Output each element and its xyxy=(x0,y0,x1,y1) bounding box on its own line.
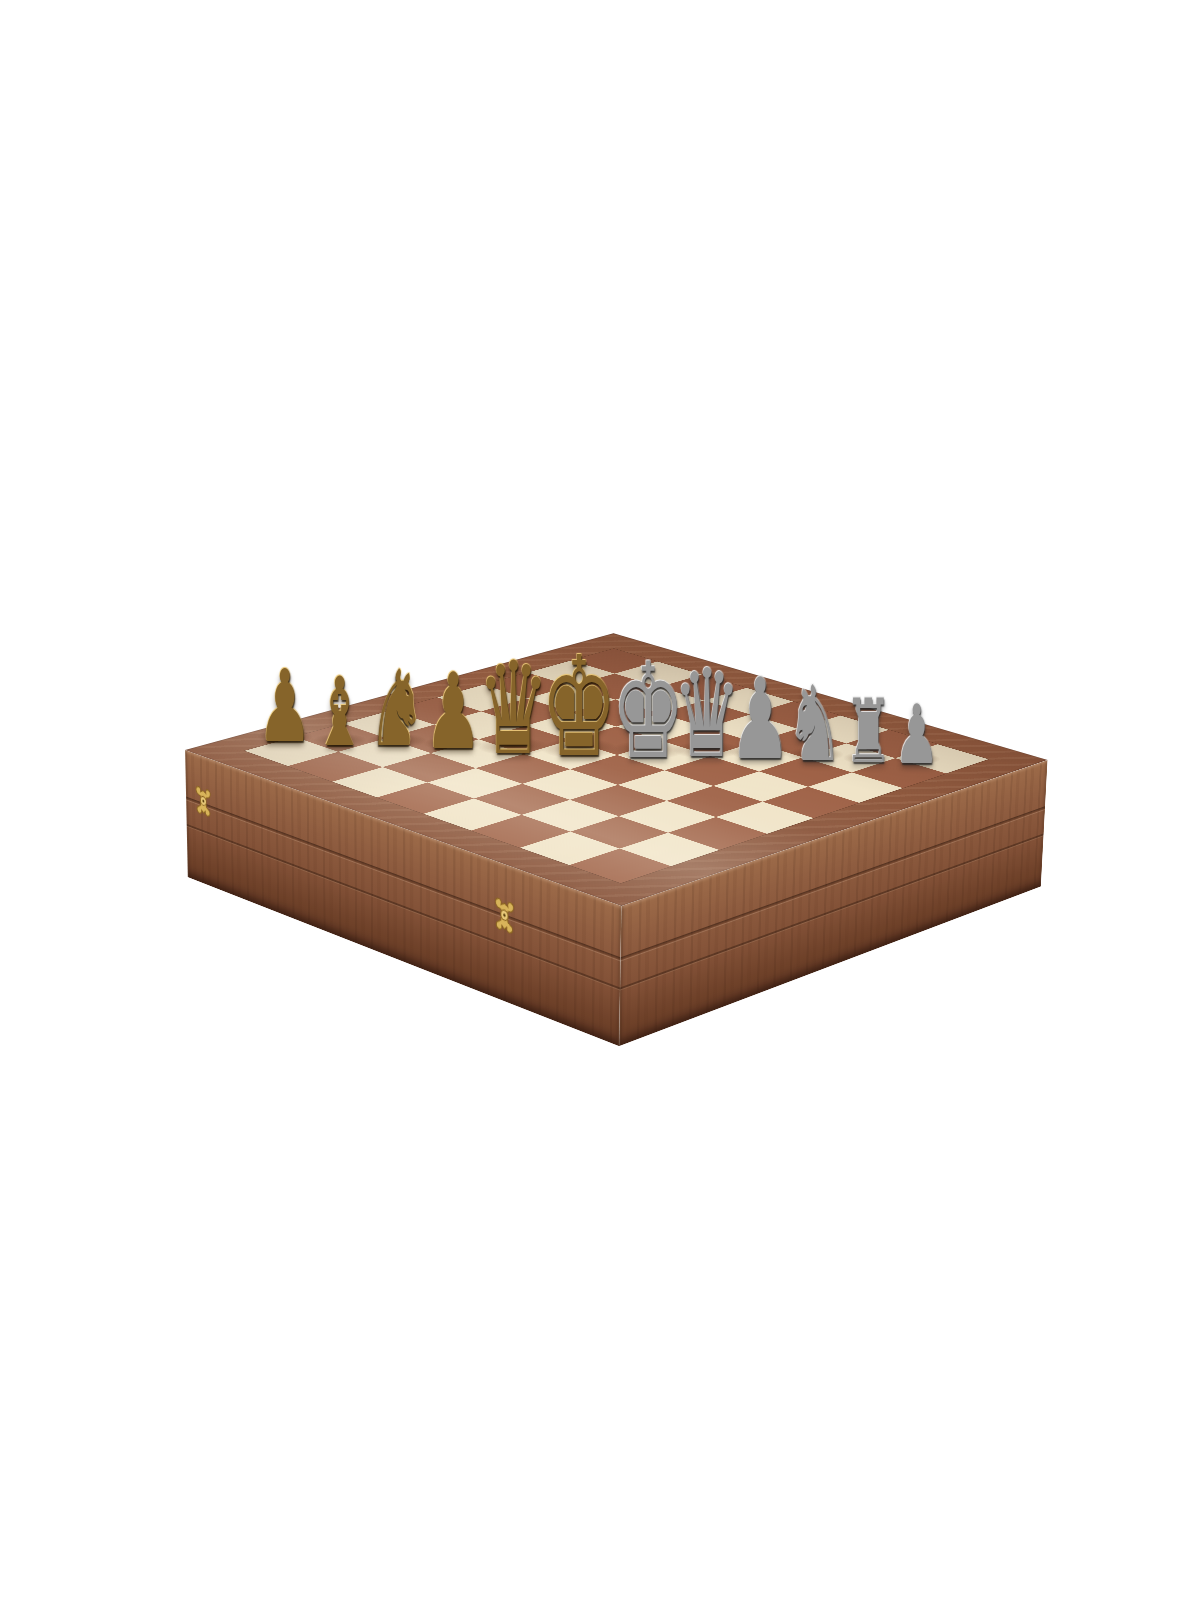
piece-shadow xyxy=(539,738,619,759)
silver-rook-piece: ♜ xyxy=(798,688,938,776)
piece-shadow xyxy=(893,753,941,765)
piece-shadow xyxy=(728,744,793,761)
piece-shadow xyxy=(312,733,367,747)
piece-shadow xyxy=(672,741,743,759)
piece-shadow xyxy=(367,733,428,749)
piece-shadow xyxy=(842,751,893,764)
piece-shadow xyxy=(256,729,314,744)
piece-shadow xyxy=(423,736,484,752)
silver-pawn-piece: ♟ xyxy=(690,663,830,775)
silver-queen-piece: ♛ xyxy=(637,653,777,775)
gold-pawn-piece: ♟ xyxy=(383,660,523,765)
gold-seated-pawn-piece: ♟ xyxy=(215,657,355,757)
gold-knight-piece: ♞ xyxy=(327,657,467,762)
gold-bishop-piece: ♝ xyxy=(270,665,410,760)
display-row-of-pieces: ♟ ♝ ♞ ♟ ♛ ♚ ♚ ♛ ♟ ♞ ♜ ♟ xyxy=(0,0,1200,1600)
product-photo-scene: ♟ ♝ ♞ ♟ ♛ ♚ ♚ ♛ ♟ ♞ ♜ ♟ xyxy=(0,0,1200,1600)
gold-queen-piece: ♛ xyxy=(443,645,583,773)
piece-shadow xyxy=(610,740,687,760)
silver-king-piece: ♚ xyxy=(578,645,718,777)
silver-knight-piece: ♞ xyxy=(745,672,885,776)
gold-king-piece: ♚ xyxy=(509,639,649,777)
piece-shadow xyxy=(476,737,550,756)
piece-shadow xyxy=(785,747,845,763)
silver-seated-pawn-piece: ♟ xyxy=(847,694,987,776)
